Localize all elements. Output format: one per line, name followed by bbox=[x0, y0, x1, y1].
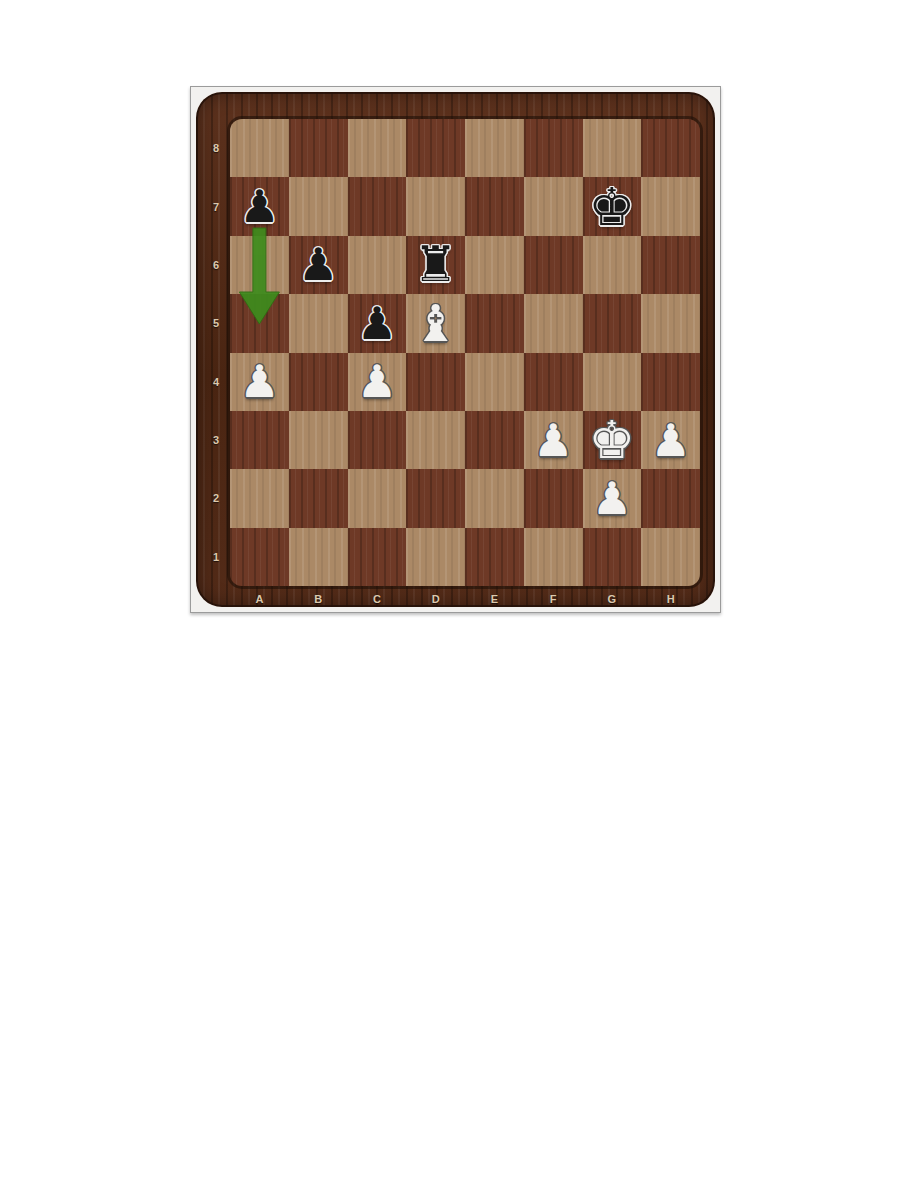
square-b8[interactable] bbox=[289, 119, 348, 177]
square-e3[interactable] bbox=[465, 411, 524, 469]
rank-label-1: 1 bbox=[205, 528, 227, 586]
square-g3[interactable]: ♚ bbox=[583, 411, 642, 469]
square-d6[interactable]: ♜ bbox=[406, 236, 465, 294]
square-g8[interactable] bbox=[583, 119, 642, 177]
square-f7[interactable] bbox=[524, 177, 583, 235]
square-b3[interactable] bbox=[289, 411, 348, 469]
square-c6[interactable] bbox=[348, 236, 407, 294]
square-a7[interactable]: ♟ bbox=[230, 177, 289, 235]
square-h1[interactable] bbox=[641, 528, 700, 586]
square-g5[interactable] bbox=[583, 294, 642, 352]
square-e6[interactable] bbox=[465, 236, 524, 294]
white-pawn-a4[interactable]: ♟ bbox=[239, 359, 279, 404]
file-label-c: C bbox=[348, 588, 407, 610]
square-f3[interactable]: ♟ bbox=[524, 411, 583, 469]
white-pawn-f3[interactable]: ♟ bbox=[533, 418, 573, 463]
black-rook-d6[interactable]: ♜ bbox=[414, 240, 458, 289]
square-e8[interactable] bbox=[465, 119, 524, 177]
square-e4[interactable] bbox=[465, 353, 524, 411]
square-h6[interactable] bbox=[641, 236, 700, 294]
square-f5[interactable] bbox=[524, 294, 583, 352]
file-label-a: A bbox=[230, 588, 289, 610]
square-h4[interactable] bbox=[641, 353, 700, 411]
rank-label-8: 8 bbox=[205, 119, 227, 177]
chess-diagram: 87654321 ♟♚♟♜♟♝♟♟♟♚♟♟ ABCDEFGH bbox=[190, 86, 721, 613]
square-f4[interactable] bbox=[524, 353, 583, 411]
square-g4[interactable] bbox=[583, 353, 642, 411]
black-pawn-b6[interactable]: ♟ bbox=[298, 242, 338, 287]
rank-label-5: 5 bbox=[205, 294, 227, 352]
rank-labels: 87654321 bbox=[205, 119, 227, 586]
square-e7[interactable] bbox=[465, 177, 524, 235]
white-pawn-c4[interactable]: ♟ bbox=[357, 359, 397, 404]
black-pawn-a7[interactable]: ♟ bbox=[239, 184, 279, 229]
square-c3[interactable] bbox=[348, 411, 407, 469]
square-h5[interactable] bbox=[641, 294, 700, 352]
file-label-e: E bbox=[465, 588, 524, 610]
square-c4[interactable]: ♟ bbox=[348, 353, 407, 411]
file-label-g: G bbox=[583, 588, 642, 610]
square-f1[interactable] bbox=[524, 528, 583, 586]
square-g2[interactable]: ♟ bbox=[583, 469, 642, 527]
square-f8[interactable] bbox=[524, 119, 583, 177]
white-bishop-d5[interactable]: ♝ bbox=[413, 298, 459, 349]
square-d3[interactable] bbox=[406, 411, 465, 469]
file-label-d: D bbox=[406, 588, 465, 610]
white-pawn-h3[interactable]: ♟ bbox=[650, 418, 690, 463]
black-pawn-c5[interactable]: ♟ bbox=[357, 301, 397, 346]
rank-label-4: 4 bbox=[205, 353, 227, 411]
file-label-f: F bbox=[524, 588, 583, 610]
square-b4[interactable] bbox=[289, 353, 348, 411]
rank-label-6: 6 bbox=[205, 236, 227, 294]
square-c2[interactable] bbox=[348, 469, 407, 527]
square-c5[interactable]: ♟ bbox=[348, 294, 407, 352]
square-b6[interactable]: ♟ bbox=[289, 236, 348, 294]
square-d2[interactable] bbox=[406, 469, 465, 527]
square-g7[interactable]: ♚ bbox=[583, 177, 642, 235]
file-label-h: H bbox=[641, 588, 700, 610]
square-h8[interactable] bbox=[641, 119, 700, 177]
square-a5[interactable] bbox=[230, 294, 289, 352]
square-e5[interactable] bbox=[465, 294, 524, 352]
square-b5[interactable] bbox=[289, 294, 348, 352]
black-king-g7[interactable]: ♚ bbox=[589, 181, 636, 233]
square-g6[interactable] bbox=[583, 236, 642, 294]
board-frame: 87654321 ♟♚♟♜♟♝♟♟♟♚♟♟ ABCDEFGH bbox=[196, 92, 715, 607]
square-c1[interactable] bbox=[348, 528, 407, 586]
white-king-g3[interactable]: ♚ bbox=[589, 414, 636, 466]
square-h2[interactable] bbox=[641, 469, 700, 527]
board-grid: ♟♚♟♜♟♝♟♟♟♚♟♟ bbox=[230, 119, 700, 586]
square-b1[interactable] bbox=[289, 528, 348, 586]
square-a8[interactable] bbox=[230, 119, 289, 177]
square-a4[interactable]: ♟ bbox=[230, 353, 289, 411]
square-g1[interactable] bbox=[583, 528, 642, 586]
square-e2[interactable] bbox=[465, 469, 524, 527]
square-d4[interactable] bbox=[406, 353, 465, 411]
square-a3[interactable] bbox=[230, 411, 289, 469]
chess-board: ♟♚♟♜♟♝♟♟♟♚♟♟ bbox=[230, 119, 700, 586]
square-d1[interactable] bbox=[406, 528, 465, 586]
square-f2[interactable] bbox=[524, 469, 583, 527]
square-c7[interactable] bbox=[348, 177, 407, 235]
square-f6[interactable] bbox=[524, 236, 583, 294]
square-d8[interactable] bbox=[406, 119, 465, 177]
file-label-b: B bbox=[289, 588, 348, 610]
square-b7[interactable] bbox=[289, 177, 348, 235]
square-a1[interactable] bbox=[230, 528, 289, 586]
rank-label-7: 7 bbox=[205, 177, 227, 235]
square-c8[interactable] bbox=[348, 119, 407, 177]
square-h7[interactable] bbox=[641, 177, 700, 235]
square-a2[interactable] bbox=[230, 469, 289, 527]
white-pawn-g2[interactable]: ♟ bbox=[592, 476, 632, 521]
square-d7[interactable] bbox=[406, 177, 465, 235]
square-b2[interactable] bbox=[289, 469, 348, 527]
square-d5[interactable]: ♝ bbox=[406, 294, 465, 352]
rank-label-3: 3 bbox=[205, 411, 227, 469]
square-e1[interactable] bbox=[465, 528, 524, 586]
rank-label-2: 2 bbox=[205, 469, 227, 527]
square-h3[interactable]: ♟ bbox=[641, 411, 700, 469]
square-a6[interactable] bbox=[230, 236, 289, 294]
file-labels: ABCDEFGH bbox=[230, 588, 700, 610]
